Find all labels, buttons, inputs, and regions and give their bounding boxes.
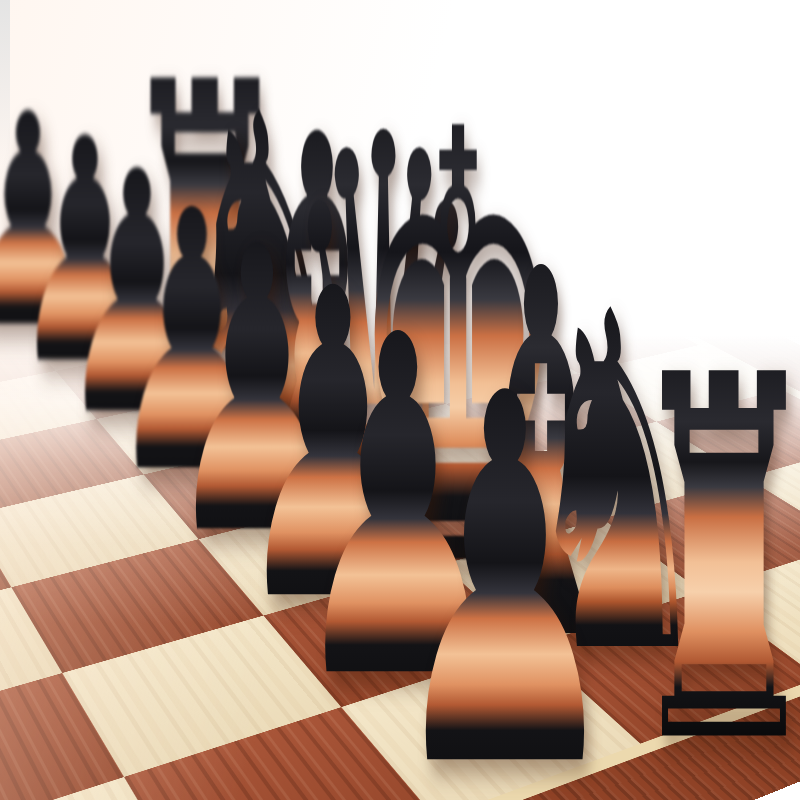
chess-set-photo: ♜ ♞ ♝ ♛ ♚ ♝ ♞ ♜ ♟ ♟ ♟ ♟ ♟ ♟ ♟ ♟ [0,0,800,800]
piece-pawn-h7[interactable]: ♟ [387,329,624,800]
piece-rook-h8[interactable]: ♜ [625,312,800,800]
